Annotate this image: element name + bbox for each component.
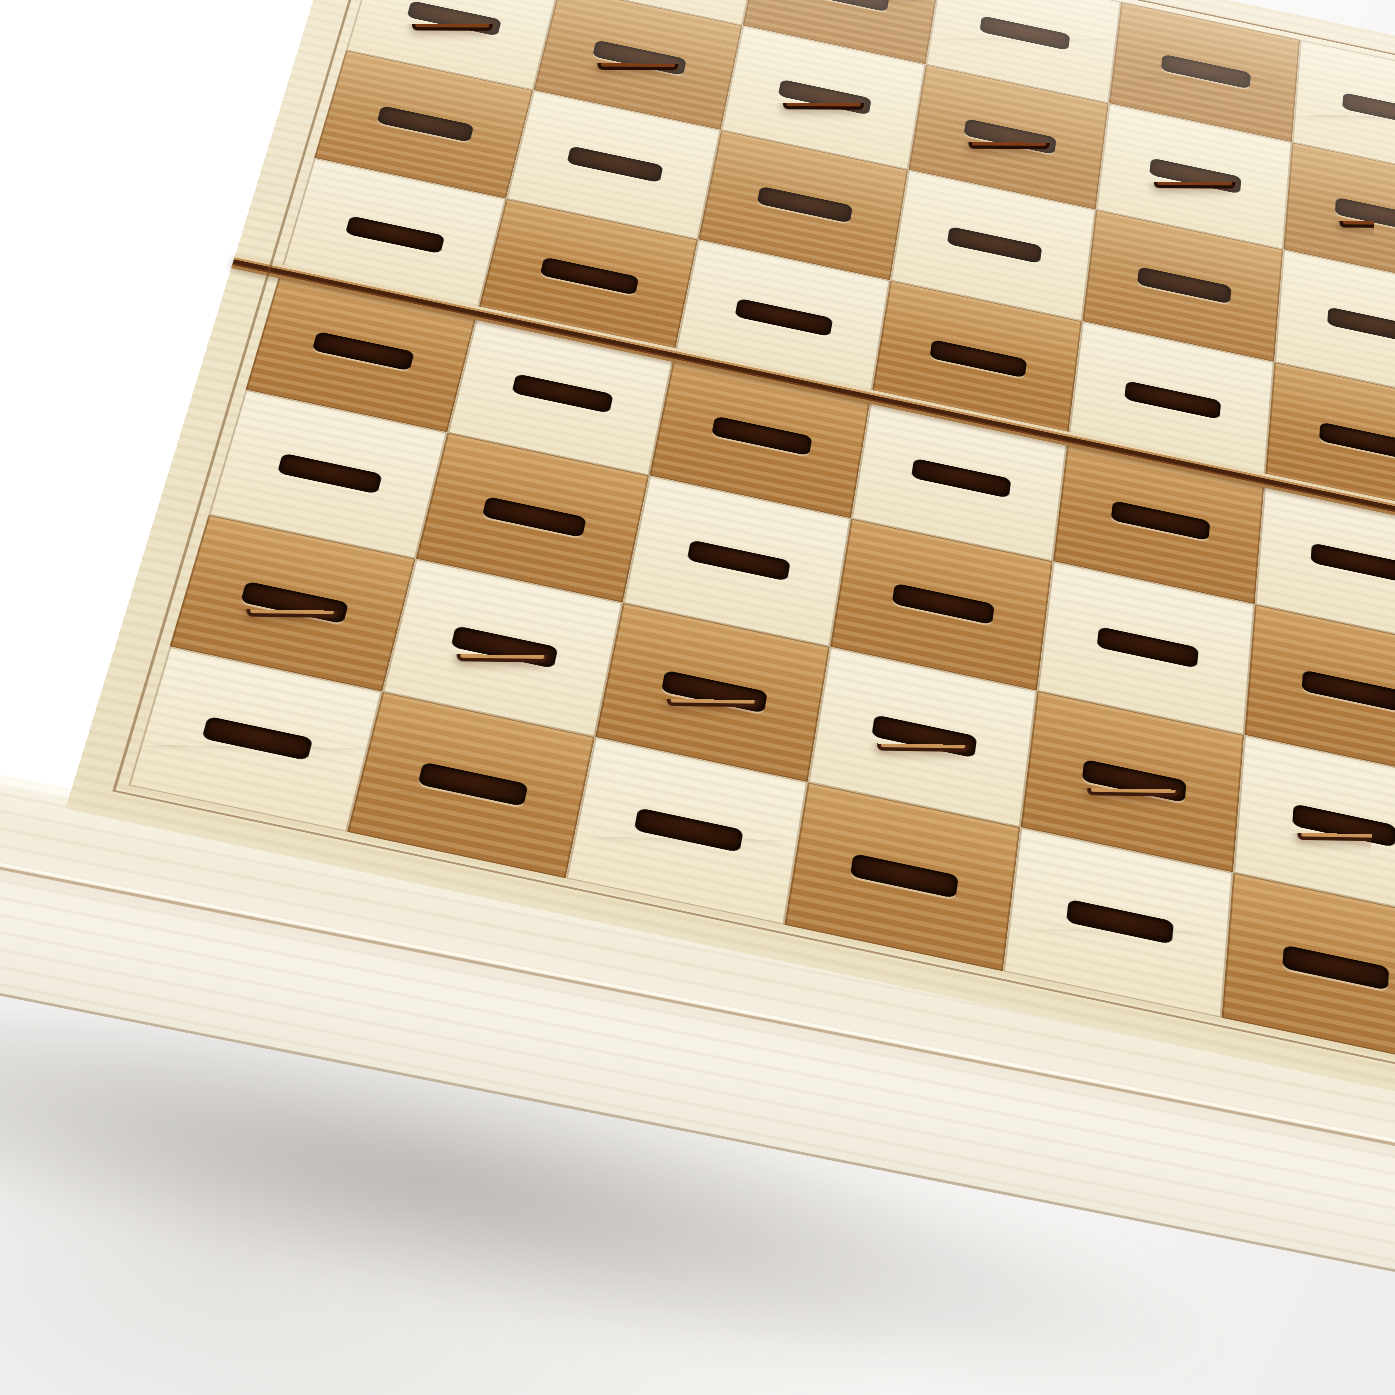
- slot-e6: [947, 226, 1042, 263]
- slot-c6: [1327, 306, 1395, 344]
- slot-d5: [1124, 380, 1221, 419]
- slot-h4: [312, 331, 415, 371]
- slot-g6: [566, 145, 663, 182]
- travel-chess-set-photo: ♜♞♝♚♛♝♞♜♜♞♝♚♛♝♞♜: [0, 0, 1395, 1395]
- slot-f6: [756, 186, 852, 223]
- slot-d6: [1137, 266, 1232, 304]
- slot-c5: [1319, 421, 1395, 460]
- slot-h5: [345, 215, 445, 253]
- slot-f5: [734, 298, 832, 337]
- slot-d4: [1110, 500, 1209, 540]
- slot-e5: [929, 339, 1027, 378]
- slot-h6: [376, 105, 473, 142]
- slot-c4: [1310, 542, 1395, 583]
- slot-g5: [539, 256, 638, 295]
- slot-f4: [711, 415, 812, 455]
- slot-e4: [911, 458, 1011, 498]
- slot-g4: [511, 373, 613, 413]
